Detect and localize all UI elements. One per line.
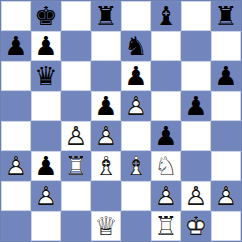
piece-black-pawn[interactable]: ♟ <box>91 91 121 121</box>
square-a1[interactable] <box>1 211 31 241</box>
square-d6[interactable] <box>91 61 121 91</box>
piece-white-pawn[interactable]: ♟♙ <box>91 121 121 151</box>
square-b8[interactable]: ♚ <box>31 1 61 31</box>
square-h5[interactable] <box>211 91 241 121</box>
square-g7[interactable] <box>181 31 211 61</box>
black-king-glyph: ♚ <box>31 1 61 31</box>
square-b6[interactable]: ♛ <box>31 61 61 91</box>
square-f6[interactable] <box>151 61 181 91</box>
white-bishop-outline: ♗ <box>121 151 151 181</box>
black-pawn-glyph: ♟ <box>31 151 61 181</box>
black-pawn-glyph: ♟ <box>121 61 151 91</box>
piece-black-pawn[interactable]: ♟ <box>151 121 181 151</box>
piece-black-pawn[interactable]: ♟ <box>181 91 211 121</box>
square-d1[interactable]: ♛♕ <box>91 211 121 241</box>
piece-white-bishop[interactable]: ♝♗ <box>91 151 121 181</box>
square-a6[interactable] <box>1 61 31 91</box>
square-f3[interactable]: ♞♘ <box>151 151 181 181</box>
piece-white-knight[interactable]: ♞♘ <box>151 151 181 181</box>
white-rook-outline: ♖ <box>151 211 181 241</box>
square-b3[interactable]: ♟ <box>31 151 61 181</box>
square-g3[interactable] <box>181 151 211 181</box>
white-pawn-outline: ♙ <box>31 181 61 211</box>
square-f2[interactable]: ♟♙ <box>151 181 181 211</box>
square-a4[interactable] <box>1 121 31 151</box>
piece-black-pawn[interactable]: ♟ <box>121 61 151 91</box>
piece-black-pawn[interactable]: ♟ <box>31 31 61 61</box>
piece-black-bishop[interactable]: ♝ <box>151 1 181 31</box>
square-f8[interactable]: ♝ <box>151 1 181 31</box>
piece-white-king[interactable]: ♚♔ <box>181 211 211 241</box>
square-g5[interactable]: ♟ <box>181 91 211 121</box>
square-e5[interactable]: ♟♙ <box>121 91 151 121</box>
square-h8[interactable]: ♜ <box>211 1 241 31</box>
piece-white-pawn[interactable]: ♟♙ <box>1 151 31 181</box>
square-a7[interactable]: ♟ <box>1 31 31 61</box>
black-pawn-glyph: ♟ <box>151 121 181 151</box>
square-h7[interactable] <box>211 31 241 61</box>
square-c6[interactable] <box>61 61 91 91</box>
piece-white-pawn[interactable]: ♟♙ <box>151 181 181 211</box>
piece-black-queen[interactable]: ♛ <box>31 61 61 91</box>
chess-board-wrap: ♚♜♝♜♟♟♞♛♟♟♟♟♙♟♟♙♟♙♟♟♙♟♜♖♝♗♝♗♞♘♟♙♟♙♟♙♟♙♛♕… <box>0 0 242 242</box>
square-b2[interactable]: ♟♙ <box>31 181 61 211</box>
white-pawn-outline: ♙ <box>1 151 31 181</box>
square-e4[interactable] <box>121 121 151 151</box>
square-b4[interactable] <box>31 121 61 151</box>
square-a2[interactable] <box>1 181 31 211</box>
square-d3[interactable]: ♝♗ <box>91 151 121 181</box>
piece-white-queen[interactable]: ♛♕ <box>91 211 121 241</box>
square-h2[interactable]: ♟♙ <box>211 181 241 211</box>
black-knight-glyph: ♞ <box>121 31 151 61</box>
square-g1[interactable]: ♚♔ <box>181 211 211 241</box>
piece-white-bishop[interactable]: ♝♗ <box>121 151 151 181</box>
square-f4[interactable]: ♟ <box>151 121 181 151</box>
square-c7[interactable] <box>61 31 91 61</box>
white-rook-outline: ♖ <box>61 151 91 181</box>
square-c1[interactable] <box>61 211 91 241</box>
black-pawn-glyph: ♟ <box>91 91 121 121</box>
black-rook-glyph: ♜ <box>91 1 121 31</box>
square-d4[interactable]: ♟♙ <box>91 121 121 151</box>
piece-black-knight[interactable]: ♞ <box>121 31 151 61</box>
square-d5[interactable]: ♟ <box>91 91 121 121</box>
square-h6[interactable]: ♟ <box>211 61 241 91</box>
square-c3[interactable]: ♜♖ <box>61 151 91 181</box>
square-g2[interactable]: ♟♙ <box>181 181 211 211</box>
piece-black-king[interactable]: ♚ <box>31 1 61 31</box>
square-c8[interactable] <box>61 1 91 31</box>
white-bishop-outline: ♗ <box>91 151 121 181</box>
white-pawn-outline: ♙ <box>61 121 91 151</box>
piece-black-pawn[interactable]: ♟ <box>1 31 31 61</box>
black-pawn-glyph: ♟ <box>31 31 61 61</box>
square-e1[interactable] <box>121 211 151 241</box>
piece-black-rook[interactable]: ♜ <box>91 1 121 31</box>
square-e6[interactable]: ♟ <box>121 61 151 91</box>
piece-black-pawn[interactable]: ♟ <box>31 151 61 181</box>
square-g8[interactable] <box>181 1 211 31</box>
square-f1[interactable]: ♜♖ <box>151 211 181 241</box>
white-pawn-outline: ♙ <box>211 181 241 211</box>
white-pawn-outline: ♙ <box>91 121 121 151</box>
square-c4[interactable]: ♟♙ <box>61 121 91 151</box>
square-b5[interactable] <box>31 91 61 121</box>
chess-board: ♚♜♝♜♟♟♞♛♟♟♟♟♙♟♟♙♟♙♟♟♙♟♜♖♝♗♝♗♞♘♟♙♟♙♟♙♟♙♛♕… <box>0 0 242 242</box>
piece-white-pawn[interactable]: ♟♙ <box>121 91 151 121</box>
square-d7[interactable] <box>91 31 121 61</box>
piece-white-pawn[interactable]: ♟♙ <box>211 181 241 211</box>
square-a8[interactable] <box>1 1 31 31</box>
square-g6[interactable] <box>181 61 211 91</box>
square-d2[interactable] <box>91 181 121 211</box>
square-h4[interactable] <box>211 121 241 151</box>
white-pawn-outline: ♙ <box>151 181 181 211</box>
black-pawn-glyph: ♟ <box>181 91 211 121</box>
square-b7[interactable]: ♟ <box>31 31 61 61</box>
square-c2[interactable] <box>61 181 91 211</box>
square-b1[interactable] <box>31 211 61 241</box>
white-knight-outline: ♘ <box>151 151 181 181</box>
square-a5[interactable] <box>1 91 31 121</box>
black-pawn-glyph: ♟ <box>211 61 241 91</box>
black-queen-glyph: ♛ <box>31 61 61 91</box>
square-e3[interactable]: ♝♗ <box>121 151 151 181</box>
white-queen-outline: ♕ <box>91 211 121 241</box>
piece-black-pawn[interactable]: ♟ <box>211 61 241 91</box>
piece-white-pawn[interactable]: ♟♙ <box>31 181 61 211</box>
square-f5[interactable] <box>151 91 181 121</box>
square-h1[interactable] <box>211 211 241 241</box>
square-e7[interactable]: ♞ <box>121 31 151 61</box>
piece-white-rook[interactable]: ♜♖ <box>151 211 181 241</box>
square-g4[interactable] <box>181 121 211 151</box>
black-rook-glyph: ♜ <box>211 1 241 31</box>
piece-black-rook[interactable]: ♜ <box>211 1 241 31</box>
black-bishop-glyph: ♝ <box>151 1 181 31</box>
square-e8[interactable] <box>121 1 151 31</box>
white-pawn-outline: ♙ <box>121 91 151 121</box>
piece-white-rook[interactable]: ♜♖ <box>61 151 91 181</box>
white-pawn-outline: ♙ <box>181 181 211 211</box>
square-f7[interactable] <box>151 31 181 61</box>
piece-white-pawn[interactable]: ♟♙ <box>181 181 211 211</box>
black-pawn-glyph: ♟ <box>1 31 31 61</box>
square-e2[interactable] <box>121 181 151 211</box>
square-a3[interactable]: ♟♙ <box>1 151 31 181</box>
square-h3[interactable] <box>211 151 241 181</box>
square-c5[interactable] <box>61 91 91 121</box>
piece-white-pawn[interactable]: ♟♙ <box>61 121 91 151</box>
white-king-outline: ♔ <box>181 211 211 241</box>
square-d8[interactable]: ♜ <box>91 1 121 31</box>
